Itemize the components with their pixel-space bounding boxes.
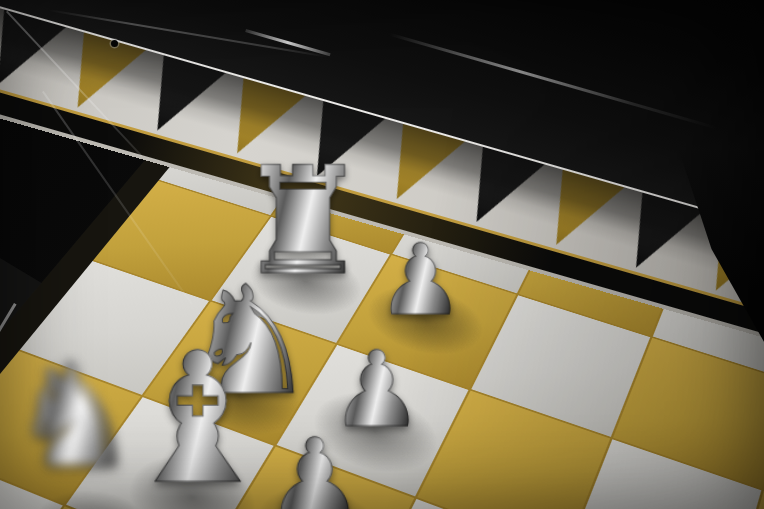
backgammon-point-black xyxy=(454,144,545,235)
backgammon-point-gold xyxy=(55,30,146,121)
photo-scene: ♜♟♞♟♝♟♞ xyxy=(0,0,764,509)
backgammon-point-black xyxy=(614,190,705,281)
acrylic-highlight-streak xyxy=(389,33,717,130)
backgammon-point-black xyxy=(294,99,385,190)
backgammon-point-gold xyxy=(374,121,465,212)
backgammon-point-gold xyxy=(215,76,306,167)
backgammon-point-black xyxy=(135,53,226,144)
backgammon-point-gold xyxy=(534,167,625,258)
